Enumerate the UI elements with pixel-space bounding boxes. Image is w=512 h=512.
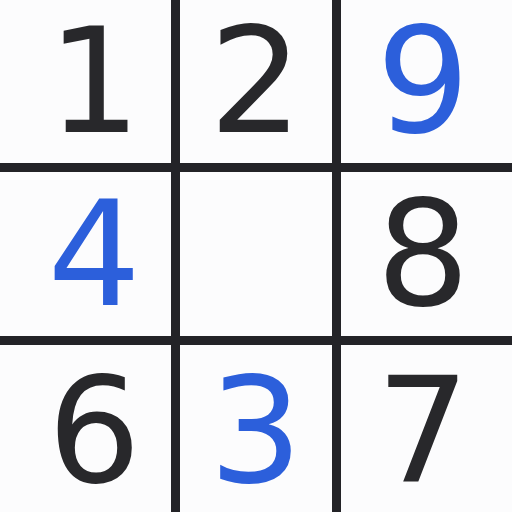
sudoku-cell-r1c3[interactable]: 9 xyxy=(341,0,512,163)
sudoku-cell-r2c2[interactable] xyxy=(180,172,333,336)
sudoku-cell-r3c3[interactable]: 7 xyxy=(341,345,512,512)
sudoku-board: 1 2 9 4 8 6 3 7 xyxy=(0,0,512,512)
sudoku-cell-r3c1[interactable]: 6 xyxy=(0,345,171,512)
sudoku-cell-r1c2[interactable]: 2 xyxy=(180,0,333,163)
sudoku-cell-r2c3[interactable]: 8 xyxy=(341,172,512,336)
sudoku-cell-r2c1[interactable]: 4 xyxy=(0,172,171,336)
sudoku-cell-r3c2[interactable]: 3 xyxy=(180,345,333,512)
sudoku-cell-r1c1[interactable]: 1 xyxy=(0,0,171,163)
